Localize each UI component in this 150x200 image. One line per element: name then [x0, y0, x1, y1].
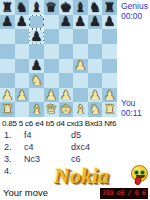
square-e8[interactable]: ♚ — [59, 0, 74, 15]
square-d2[interactable]: ♟ — [44, 88, 59, 103]
square-d6[interactable] — [44, 29, 59, 44]
square-g5[interactable] — [88, 44, 103, 59]
square-h8[interactable]: ♜ — [102, 0, 117, 15]
black-bishop: ♝ — [31, 0, 43, 13]
white-pawn: ♟ — [16, 88, 28, 101]
move-row-1[interactable]: 1. f4 d5 — [0, 129, 117, 141]
move-list: 1. f4 d5 2. c4 dxc4 3. Nc3 c6 4. — [0, 129, 117, 177]
square-e6[interactable] — [59, 29, 74, 44]
square-g6[interactable] — [88, 29, 103, 44]
square-b5[interactable] — [15, 44, 30, 59]
black-pawn: ♟ — [60, 15, 72, 28]
smiley-right-eye — [141, 171, 144, 174]
square-c5[interactable] — [29, 44, 44, 59]
white-knight: ♞ — [89, 103, 101, 116]
square-h3[interactable] — [102, 73, 117, 88]
square-a3[interactable] — [0, 73, 15, 88]
square-f3[interactable] — [73, 73, 88, 88]
player-white: You 00:11 — [117, 98, 150, 118]
white-king: ♚ — [60, 103, 72, 116]
black-pawn: ♟ — [89, 15, 101, 28]
move-number: 4. — [0, 166, 24, 176]
square-b4[interactable] — [15, 59, 30, 74]
black-pawn: ♟ — [75, 15, 87, 28]
black-knight: ♞ — [89, 0, 101, 13]
square-b8[interactable]: ♞ — [15, 0, 30, 15]
white-pawn: ♟ — [75, 59, 87, 72]
white-bishop: ♝ — [75, 103, 87, 116]
square-g7[interactable]: ♟ — [88, 15, 103, 30]
square-b7[interactable]: ♟ — [15, 15, 30, 30]
square-b6[interactable] — [15, 29, 30, 44]
square-g8[interactable]: ♞ — [88, 0, 103, 15]
white-pawn: ♟ — [1, 88, 13, 101]
square-h1[interactable]: ♜ — [102, 102, 117, 117]
black-move: d5 — [71, 130, 117, 140]
square-a1[interactable]: ♜ — [0, 102, 15, 117]
chessgenius-screen: ♜♞♝♛♚♝♞♜♟♟♟♟♟♟♟♟♟♞♟♟♟♟♟♟♜♝♛♚♝♞♜ Genius 0… — [0, 0, 150, 200]
player-white-clock: 00:11 — [117, 108, 150, 118]
black-knight: ♞ — [16, 0, 28, 13]
square-c7[interactable] — [29, 15, 44, 30]
square-b2[interactable]: ♟ — [15, 88, 30, 103]
black-pawn: ♟ — [16, 15, 28, 28]
player-black: Genius 00:00 — [117, 1, 150, 21]
square-a5[interactable] — [0, 44, 15, 59]
white-move: Nc3 — [24, 154, 71, 164]
square-d5[interactable] — [44, 44, 59, 59]
engine-analysis-line: 0.85 5 c6 e4 b5 d4 cxd3 Bxd3 Nf6 — [2, 119, 150, 128]
status-prompt: Your move — [3, 187, 48, 198]
white-rook: ♜ — [104, 103, 116, 116]
square-h2[interactable]: ♟ — [102, 88, 117, 103]
square-e1[interactable]: ♚ — [59, 102, 74, 117]
white-queen: ♛ — [45, 103, 57, 116]
square-g4[interactable] — [88, 59, 103, 74]
move-number: 3. — [0, 154, 24, 164]
white-move: f4 — [24, 130, 71, 140]
square-a2[interactable]: ♟ — [0, 88, 15, 103]
square-e4[interactable] — [59, 59, 74, 74]
black-pawn: ♟ — [31, 59, 43, 72]
square-a7[interactable]: ♟ — [0, 15, 15, 30]
square-f6[interactable] — [73, 29, 88, 44]
square-f4[interactable]: ♟ — [73, 59, 88, 74]
player-white-name: You — [117, 98, 150, 108]
square-h6[interactable] — [102, 29, 117, 44]
move-row-4[interactable]: 4. — [0, 165, 117, 177]
square-h4[interactable] — [102, 59, 117, 74]
black-king: ♚ — [60, 0, 72, 13]
chess-board[interactable]: ♜♞♝♛♚♝♞♜♟♟♟♟♟♟♟♟♟♞♟♟♟♟♟♟♜♝♛♚♝♞♜ — [0, 0, 117, 117]
white-rook: ♜ — [1, 103, 13, 116]
black-bishop: ♝ — [75, 0, 87, 13]
white-pawn: ♟ — [45, 88, 57, 101]
square-c4[interactable]: ♟ — [29, 59, 44, 74]
white-move: c4 — [24, 142, 71, 152]
square-d8[interactable]: ♛ — [44, 0, 59, 15]
move-number: 2. — [0, 142, 24, 152]
black-queen: ♛ — [45, 0, 57, 13]
square-e5[interactable] — [59, 44, 74, 59]
square-c3[interactable]: ♞ — [29, 73, 44, 88]
white-pawn: ♟ — [60, 88, 72, 101]
square-g3[interactable] — [88, 73, 103, 88]
black-pawn: ♟ — [104, 15, 116, 28]
square-e3[interactable] — [59, 73, 74, 88]
square-e2[interactable]: ♟ — [59, 88, 74, 103]
square-c2[interactable] — [29, 88, 44, 103]
square-b3[interactable] — [15, 73, 30, 88]
black-pawn: ♟ — [1, 15, 13, 28]
black-rook: ♜ — [1, 0, 13, 13]
square-a4[interactable] — [0, 59, 15, 74]
engine-info-box: 359 e6 / 0 6 — [100, 188, 148, 199]
move-number: 1. — [0, 130, 24, 140]
white-pawn: ♟ — [104, 88, 116, 101]
white-knight: ♞ — [31, 73, 43, 86]
square-c8[interactable]: ♝ — [29, 0, 44, 15]
square-f1[interactable]: ♝ — [73, 102, 88, 117]
move-row-3[interactable]: 3. Nc3 c6 — [0, 153, 117, 165]
square-d4[interactable] — [44, 59, 59, 74]
black-move: dxc4 — [71, 142, 117, 152]
square-a8[interactable]: ♜ — [0, 0, 15, 15]
smiley-tongue — [134, 176, 142, 185]
square-f5[interactable] — [73, 44, 88, 59]
player-black-clock: 00:00 — [117, 11, 150, 21]
tongue-out-smiley-icon — [131, 165, 148, 182]
player-black-name: Genius — [117, 1, 150, 11]
white-bishop: ♝ — [31, 103, 43, 116]
black-rook: ♜ — [104, 0, 116, 13]
smiley-left-eye — [135, 171, 138, 174]
square-f8[interactable]: ♝ — [73, 0, 88, 15]
square-d1[interactable]: ♛ — [44, 102, 59, 117]
square-c1[interactable]: ♝ — [29, 102, 44, 117]
side-panel: Genius 00:00 You 00:11 — [117, 0, 150, 122]
square-d3[interactable] — [44, 73, 59, 88]
square-e7[interactable]: ♟ — [59, 15, 74, 30]
square-b1[interactable] — [15, 102, 30, 117]
move-row-2[interactable]: 2. c4 dxc4 — [0, 141, 117, 153]
white-pawn: ♟ — [89, 88, 101, 101]
square-h7[interactable]: ♟ — [102, 15, 117, 30]
square-g1[interactable]: ♞ — [88, 102, 103, 117]
black-pawn: ♟ — [31, 30, 43, 43]
square-f2[interactable] — [73, 88, 88, 103]
square-h5[interactable] — [102, 44, 117, 59]
square-d7[interactable] — [44, 15, 59, 30]
square-a6[interactable] — [0, 29, 15, 44]
square-c6[interactable]: ♟ — [29, 29, 44, 44]
black-move: c6 — [71, 154, 117, 164]
smiley-mouth — [136, 175, 145, 178]
square-f7[interactable]: ♟ — [73, 15, 88, 30]
square-g2[interactable]: ♟ — [88, 88, 103, 103]
